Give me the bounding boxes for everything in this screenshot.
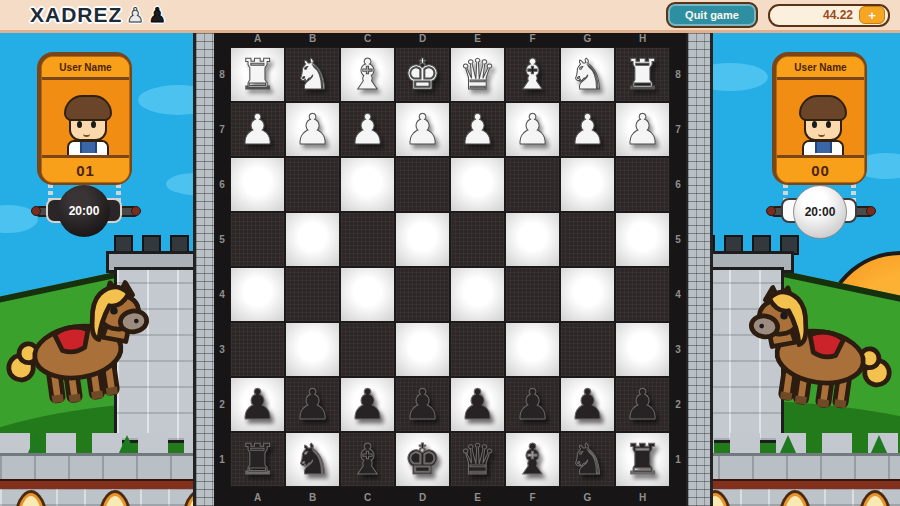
coord-label-1: 1 (671, 432, 685, 487)
square-a4[interactable] (230, 267, 285, 322)
coord-label-e: E (450, 33, 505, 44)
timer-bar-dot (866, 206, 876, 216)
coord-label-4: 4 (671, 267, 685, 322)
piece-wP: ♟ (404, 109, 442, 151)
balance-display: 44.22 + (768, 4, 890, 27)
chess-board: ABCDEFGH ABCDEFGH 87654321 87654321 ♜♞♝♚… (214, 30, 686, 506)
file-labels-bottom: ABCDEFGH (230, 490, 670, 504)
square-b5[interactable] (285, 212, 340, 267)
square-f7[interactable]: ♟ (505, 102, 560, 157)
square-c2[interactable]: ♟ (340, 377, 395, 432)
piece-wR: ♜ (239, 54, 277, 96)
square-a2[interactable]: ♟ (230, 377, 285, 432)
piece-bP: ♟ (459, 384, 497, 426)
square-h5[interactable] (615, 212, 670, 267)
square-d3[interactable] (395, 322, 450, 377)
coord-label-7: 7 (671, 102, 685, 157)
coord-label-f: F (505, 492, 560, 503)
square-c1[interactable]: ♝ (340, 432, 395, 487)
square-h1[interactable]: ♜ (615, 432, 670, 487)
square-b6[interactable] (285, 157, 340, 212)
player-score-left-value: 01 (76, 162, 95, 179)
square-h6[interactable] (615, 157, 670, 212)
avatar (55, 95, 117, 155)
player-avatar-left (42, 80, 129, 155)
square-e1[interactable]: ♛ (450, 432, 505, 487)
square-e5[interactable] (450, 212, 505, 267)
piece-bR: ♜ (624, 439, 662, 481)
coord-label-c: C (340, 492, 395, 503)
square-e6[interactable] (450, 157, 505, 212)
coord-label-8: 8 (215, 47, 229, 102)
quit-game-button[interactable]: Quit game (666, 2, 758, 28)
timer-left-value: 20:00 (69, 204, 100, 218)
square-g3[interactable] (560, 322, 615, 377)
square-c4[interactable] (340, 267, 395, 322)
add-coins-button[interactable]: + (859, 6, 885, 24)
coord-label-g: G (560, 492, 615, 503)
coord-label-4: 4 (215, 267, 229, 322)
piece-wB: ♝ (349, 54, 387, 96)
green-spike (870, 435, 888, 455)
coord-label-7: 7 (215, 102, 229, 157)
square-e8[interactable]: ♛ (450, 47, 505, 102)
wall-stripe-left (0, 479, 216, 489)
piece-wP: ♟ (349, 109, 387, 151)
square-a3[interactable] (230, 322, 285, 377)
square-e7[interactable]: ♟ (450, 102, 505, 157)
square-g4[interactable] (560, 267, 615, 322)
avatar (790, 95, 852, 155)
timer-bar-dot (31, 206, 41, 216)
player-card-left: User Name 01 (37, 52, 132, 185)
square-d5[interactable] (395, 212, 450, 267)
timer-right-value: 20:00 (805, 205, 836, 219)
game-screen: XADREZ ♟ ♟ Quit game 44.22 + User Name (0, 0, 900, 506)
piece-wP: ♟ (239, 109, 277, 151)
square-e2[interactable]: ♟ (450, 377, 505, 432)
coord-label-f: F (505, 33, 560, 44)
piece-bB: ♝ (514, 439, 552, 481)
coord-label-5: 5 (671, 212, 685, 267)
player-name-right-label: User Name (794, 62, 846, 73)
square-b3[interactable] (285, 322, 340, 377)
brick-column-right (685, 30, 713, 506)
file-labels-top: ABCDEFGH (230, 31, 670, 45)
rank-labels-left: 87654321 (215, 47, 229, 487)
square-d6[interactable] (395, 157, 450, 212)
piece-bP: ♟ (239, 384, 277, 426)
piece-bP: ♟ (349, 384, 387, 426)
square-d4[interactable] (395, 267, 450, 322)
horse-right-illustration (738, 268, 900, 420)
player-score-left: 01 (42, 155, 129, 182)
coord-label-d: D (395, 492, 450, 503)
rank-labels-right: 87654321 (671, 47, 685, 487)
piece-wP: ♟ (459, 109, 497, 151)
square-h4[interactable] (615, 267, 670, 322)
horse-left-illustration (0, 263, 160, 415)
player-card-left-inner: User Name 01 (41, 56, 130, 183)
square-a5[interactable] (230, 212, 285, 267)
piece-wQ: ♛ (459, 54, 497, 96)
square-f6[interactable] (505, 157, 560, 212)
piece-wP: ♟ (294, 109, 332, 151)
green-spike (779, 435, 797, 455)
white-pawn-icon: ♟ (126, 5, 144, 25)
coord-label-e: E (450, 492, 505, 503)
wall-band-right (684, 453, 900, 482)
timer-right-clock: 20:00 (793, 185, 847, 239)
player-score-right-value: 00 (811, 162, 830, 179)
square-b1[interactable]: ♞ (285, 432, 340, 487)
piece-bB: ♝ (349, 439, 387, 481)
square-a8[interactable]: ♜ (230, 47, 285, 102)
player-name-right: User Name (777, 57, 864, 80)
square-d2[interactable]: ♟ (395, 377, 450, 432)
square-b8[interactable]: ♞ (285, 47, 340, 102)
coord-label-2: 2 (215, 377, 229, 432)
square-h8[interactable]: ♜ (615, 47, 670, 102)
green-spike (118, 435, 136, 455)
square-g2[interactable]: ♟ (560, 377, 615, 432)
piece-bN: ♞ (569, 439, 607, 481)
coord-label-6: 6 (215, 157, 229, 212)
coord-label-8: 8 (671, 47, 685, 102)
piece-wN: ♞ (294, 54, 332, 96)
square-g5[interactable] (560, 212, 615, 267)
piece-bR: ♜ (239, 439, 277, 481)
piece-wP: ♟ (569, 109, 607, 151)
app-title: XADREZ (30, 3, 122, 27)
square-g1[interactable]: ♞ (560, 432, 615, 487)
coord-label-3: 3 (215, 322, 229, 377)
timer-left-clock: 20:00 (58, 185, 110, 237)
top-bar-actions: Quit game 44.22 + (666, 2, 890, 28)
wall-band-left (0, 453, 216, 482)
square-a1[interactable]: ♜ (230, 432, 285, 487)
coord-label-g: G (560, 33, 615, 44)
square-f4[interactable] (505, 267, 560, 322)
player-name-left-label: User Name (59, 62, 111, 73)
coord-label-5: 5 (215, 212, 229, 267)
piece-wP: ♟ (514, 109, 552, 151)
square-e3[interactable] (450, 322, 505, 377)
player-avatar-right (777, 80, 864, 155)
square-a7[interactable]: ♟ (230, 102, 285, 157)
square-b4[interactable] (285, 267, 340, 322)
square-d7[interactable]: ♟ (395, 102, 450, 157)
square-f3[interactable] (505, 322, 560, 377)
square-c3[interactable] (340, 322, 395, 377)
balance-value: 44.22 (823, 8, 853, 22)
piece-bP: ♟ (624, 384, 662, 426)
square-g6[interactable] (560, 157, 615, 212)
player-card-right: User Name 00 (772, 52, 867, 185)
piece-bP: ♟ (294, 384, 332, 426)
square-c7[interactable]: ♟ (340, 102, 395, 157)
app-logo: XADREZ ♟ ♟ (30, 3, 166, 27)
coord-label-a: A (230, 33, 285, 44)
piece-wN: ♞ (569, 54, 607, 96)
player-score-right: 00 (777, 155, 864, 182)
square-b7[interactable]: ♟ (285, 102, 340, 157)
coord-label-h: H (615, 492, 670, 503)
square-h7[interactable]: ♟ (615, 102, 670, 157)
piece-bK: ♚ (404, 439, 442, 481)
coord-label-c: C (340, 33, 395, 44)
black-pawn-icon: ♟ (148, 5, 166, 25)
coord-label-a: A (230, 492, 285, 503)
square-h2[interactable]: ♟ (615, 377, 670, 432)
timer-bar-dot (766, 206, 776, 216)
piece-wR: ♜ (624, 54, 662, 96)
square-b2[interactable]: ♟ (285, 377, 340, 432)
coord-label-3: 3 (671, 322, 685, 377)
board-squares: ♜♞♝♚♛♝♞♜♟♟♟♟♟♟♟♟♟♟♟♟♟♟♟♟♜♞♝♚♛♝♞♜ (230, 47, 670, 487)
player-card-right-inner: User Name 00 (776, 56, 865, 183)
top-bar: XADREZ ♟ ♟ Quit game 44.22 + (0, 0, 900, 33)
square-d8[interactable]: ♚ (395, 47, 450, 102)
piece-wK: ♚ (404, 54, 442, 96)
square-c6[interactable] (340, 157, 395, 212)
square-c8[interactable]: ♝ (340, 47, 395, 102)
piece-bP: ♟ (404, 384, 442, 426)
square-c5[interactable] (340, 212, 395, 267)
green-spike (27, 435, 45, 455)
piece-bP: ♟ (569, 384, 607, 426)
piece-wP: ♟ (624, 109, 662, 151)
piece-bN: ♞ (294, 439, 332, 481)
square-h3[interactable] (615, 322, 670, 377)
coord-label-h: H (615, 33, 670, 44)
coord-label-b: B (285, 33, 340, 44)
square-f1[interactable]: ♝ (505, 432, 560, 487)
square-f5[interactable] (505, 212, 560, 267)
coord-label-2: 2 (671, 377, 685, 432)
coord-label-d: D (395, 33, 450, 44)
piece-wB: ♝ (514, 54, 552, 96)
square-g8[interactable]: ♞ (560, 47, 615, 102)
square-a6[interactable] (230, 157, 285, 212)
square-f8[interactable]: ♝ (505, 47, 560, 102)
coord-label-6: 6 (671, 157, 685, 212)
piece-bQ: ♛ (459, 439, 497, 481)
wall-stripe-right (684, 479, 900, 489)
coord-label-b: B (285, 492, 340, 503)
square-e4[interactable] (450, 267, 505, 322)
square-d1[interactable]: ♚ (395, 432, 450, 487)
player-name-left: User Name (42, 57, 129, 80)
timer-bar-dot (131, 206, 141, 216)
square-g7[interactable]: ♟ (560, 102, 615, 157)
coord-label-1: 1 (215, 432, 229, 487)
piece-bP: ♟ (514, 384, 552, 426)
square-f2[interactable]: ♟ (505, 377, 560, 432)
